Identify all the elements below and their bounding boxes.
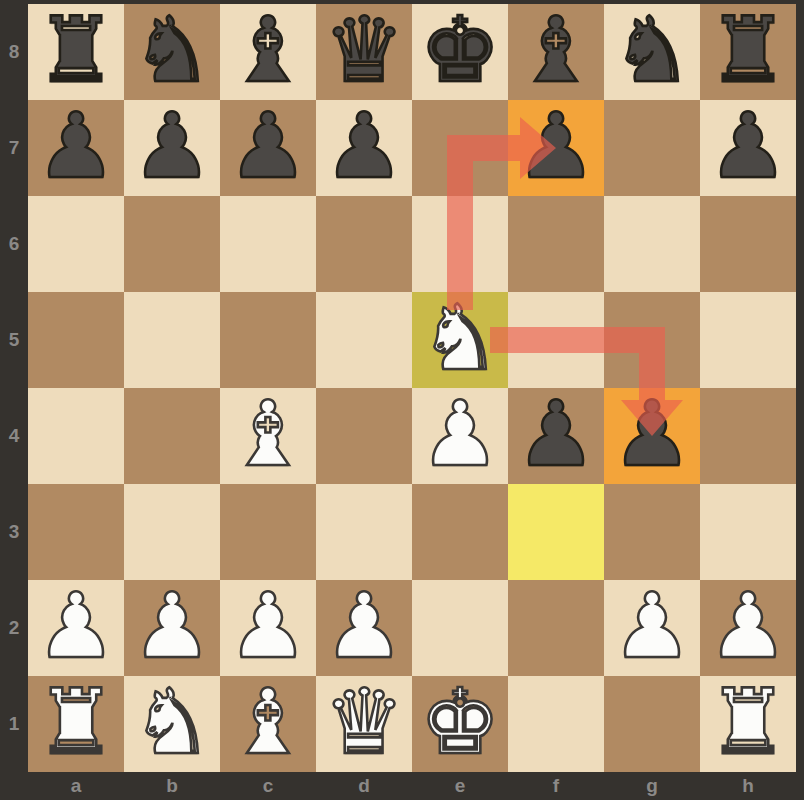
square-b1[interactable]: ♞ xyxy=(124,676,220,772)
square-a4[interactable] xyxy=(28,388,124,484)
square-c6[interactable] xyxy=(220,196,316,292)
square-b8[interactable]: ♞ xyxy=(124,4,220,100)
square-c5[interactable] xyxy=(220,292,316,388)
black-pawn[interactable]: ♟ xyxy=(36,101,117,191)
square-f7[interactable]: ♟ xyxy=(508,100,604,196)
square-h3[interactable] xyxy=(700,484,796,580)
square-g3[interactable] xyxy=(604,484,700,580)
file-label-d: d xyxy=(358,775,370,797)
square-c1[interactable]: ♝ xyxy=(220,676,316,772)
square-c7[interactable]: ♟ xyxy=(220,100,316,196)
square-d5[interactable] xyxy=(316,292,412,388)
file-label-b: b xyxy=(166,775,178,797)
chess-board[interactable]: ♜♞♝♛♚♝♞♜♟♟♟♟♟♟♞♝♟♟♟♟♟♟♟♟♟♜♞♝♛♚♜ xyxy=(28,4,796,772)
square-d1[interactable]: ♛ xyxy=(316,676,412,772)
square-h5[interactable] xyxy=(700,292,796,388)
rank-label-7: 7 xyxy=(9,137,20,159)
square-c2[interactable]: ♟ xyxy=(220,580,316,676)
square-d3[interactable] xyxy=(316,484,412,580)
square-a1[interactable]: ♜ xyxy=(28,676,124,772)
square-a2[interactable]: ♟ xyxy=(28,580,124,676)
square-f5[interactable] xyxy=(508,292,604,388)
square-a5[interactable] xyxy=(28,292,124,388)
square-f3[interactable] xyxy=(508,484,604,580)
square-g5[interactable] xyxy=(604,292,700,388)
square-g8[interactable]: ♞ xyxy=(604,4,700,100)
white-pawn[interactable]: ♟ xyxy=(36,581,117,671)
black-pawn[interactable]: ♟ xyxy=(132,101,213,191)
black-pawn[interactable]: ♟ xyxy=(324,101,405,191)
black-pawn[interactable]: ♟ xyxy=(228,101,309,191)
white-pawn[interactable]: ♟ xyxy=(612,581,693,671)
square-e5[interactable]: ♞ xyxy=(412,292,508,388)
black-pawn[interactable]: ♟ xyxy=(612,389,693,479)
square-h4[interactable] xyxy=(700,388,796,484)
square-b2[interactable]: ♟ xyxy=(124,580,220,676)
square-b5[interactable] xyxy=(124,292,220,388)
square-b7[interactable]: ♟ xyxy=(124,100,220,196)
white-queen[interactable]: ♛ xyxy=(324,677,405,767)
black-king[interactable]: ♚ xyxy=(420,5,501,95)
rank-label-8: 8 xyxy=(9,41,20,63)
square-b4[interactable] xyxy=(124,388,220,484)
black-bishop[interactable]: ♝ xyxy=(516,5,597,95)
black-rook[interactable]: ♜ xyxy=(36,5,117,95)
square-c8[interactable]: ♝ xyxy=(220,4,316,100)
rank-label-6: 6 xyxy=(9,233,20,255)
square-e3[interactable] xyxy=(412,484,508,580)
square-c4[interactable]: ♝ xyxy=(220,388,316,484)
square-g7[interactable] xyxy=(604,100,700,196)
file-label-f: f xyxy=(553,775,559,797)
file-label-e: e xyxy=(455,775,466,797)
square-h1[interactable]: ♜ xyxy=(700,676,796,772)
file-label-g: g xyxy=(646,775,658,797)
square-a3[interactable] xyxy=(28,484,124,580)
square-e2[interactable] xyxy=(412,580,508,676)
black-pawn[interactable]: ♟ xyxy=(708,101,789,191)
square-g4[interactable]: ♟ xyxy=(604,388,700,484)
square-b6[interactable] xyxy=(124,196,220,292)
white-king[interactable]: ♚ xyxy=(420,677,501,767)
square-f4[interactable]: ♟ xyxy=(508,388,604,484)
square-e6[interactable] xyxy=(412,196,508,292)
square-d7[interactable]: ♟ xyxy=(316,100,412,196)
file-label-a: a xyxy=(71,775,82,797)
square-g2[interactable]: ♟ xyxy=(604,580,700,676)
rank-label-3: 3 xyxy=(9,521,20,543)
square-a7[interactable]: ♟ xyxy=(28,100,124,196)
square-e1[interactable]: ♚ xyxy=(412,676,508,772)
white-bishop[interactable]: ♝ xyxy=(228,677,309,767)
square-d4[interactable] xyxy=(316,388,412,484)
white-knight[interactable]: ♞ xyxy=(420,293,501,383)
black-queen[interactable]: ♛ xyxy=(324,5,405,95)
square-h2[interactable]: ♟ xyxy=(700,580,796,676)
square-h8[interactable]: ♜ xyxy=(700,4,796,100)
white-pawn[interactable]: ♟ xyxy=(132,581,213,671)
white-pawn[interactable]: ♟ xyxy=(708,581,789,671)
square-h6[interactable] xyxy=(700,196,796,292)
square-h7[interactable]: ♟ xyxy=(700,100,796,196)
black-knight[interactable]: ♞ xyxy=(132,5,213,95)
rank-labels: 87654321 xyxy=(0,4,28,772)
square-e7[interactable] xyxy=(412,100,508,196)
black-pawn[interactable]: ♟ xyxy=(516,101,597,191)
black-knight[interactable]: ♞ xyxy=(612,5,693,95)
black-pawn[interactable]: ♟ xyxy=(516,389,597,479)
rank-label-2: 2 xyxy=(9,617,20,639)
white-knight[interactable]: ♞ xyxy=(132,677,213,767)
white-rook[interactable]: ♜ xyxy=(36,677,117,767)
file-labels: abcdefgh xyxy=(28,772,796,800)
square-b3[interactable] xyxy=(124,484,220,580)
square-d6[interactable] xyxy=(316,196,412,292)
square-g1[interactable] xyxy=(604,676,700,772)
file-label-c: c xyxy=(263,775,274,797)
square-f6[interactable] xyxy=(508,196,604,292)
square-f1[interactable] xyxy=(508,676,604,772)
square-a8[interactable]: ♜ xyxy=(28,4,124,100)
board-frame: 87654321 ♜♞♝♛♚♝♞♜♟♟♟♟♟♟♞♝♟♟♟♟♟♟♟♟♟♜♞♝♛♚♜… xyxy=(0,0,804,800)
white-rook[interactable]: ♜ xyxy=(708,677,789,767)
white-pawn[interactable]: ♟ xyxy=(420,389,501,479)
rank-label-4: 4 xyxy=(9,425,20,447)
white-pawn[interactable]: ♟ xyxy=(324,581,405,671)
square-e4[interactable]: ♟ xyxy=(412,388,508,484)
rank-label-5: 5 xyxy=(9,329,20,351)
white-bishop[interactable]: ♝ xyxy=(228,389,309,479)
file-label-h: h xyxy=(742,775,754,797)
square-d2[interactable]: ♟ xyxy=(316,580,412,676)
square-g6[interactable] xyxy=(604,196,700,292)
square-d8[interactable]: ♛ xyxy=(316,4,412,100)
square-f8[interactable]: ♝ xyxy=(508,4,604,100)
square-c3[interactable] xyxy=(220,484,316,580)
rank-label-1: 1 xyxy=(9,713,20,735)
white-pawn[interactable]: ♟ xyxy=(228,581,309,671)
square-e8[interactable]: ♚ xyxy=(412,4,508,100)
black-rook[interactable]: ♜ xyxy=(708,5,789,95)
square-a6[interactable] xyxy=(28,196,124,292)
black-bishop[interactable]: ♝ xyxy=(228,5,309,95)
square-f2[interactable] xyxy=(508,580,604,676)
